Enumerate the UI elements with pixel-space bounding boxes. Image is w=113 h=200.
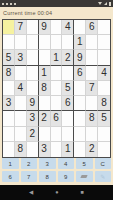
cell-r2c4[interactable] <box>39 35 51 50</box>
cell-r8c9[interactable] <box>98 127 110 142</box>
cell-r2c5[interactable] <box>51 35 63 50</box>
numpad-button-2[interactable]: 2 <box>21 158 38 169</box>
cell-r1c6[interactable]: 4 <box>62 20 74 35</box>
cell-r2c9[interactable] <box>98 35 110 50</box>
cell-r1c8[interactable]: 6 <box>86 20 98 35</box>
cell-r7c9[interactable]: 5 <box>98 111 110 126</box>
cell-r2c1[interactable] <box>3 35 15 50</box>
cell-r4c2[interactable] <box>15 66 27 81</box>
cell-r7c8[interactable]: 8 <box>86 111 98 126</box>
cell-r9c8[interactable]: 2 <box>86 142 98 157</box>
cell-r3c6[interactable]: 2 <box>62 50 74 65</box>
cell-r6c6[interactable]: 6 <box>62 96 74 111</box>
clear-button[interactable]: C <box>95 158 112 169</box>
back-button[interactable]: ◀ <box>29 190 33 196</box>
pencil-button[interactable]: ✎ <box>95 171 112 182</box>
cell-r3c2[interactable]: 3 <box>15 50 27 65</box>
cell-r6c9[interactable]: 8 <box>98 96 110 111</box>
cell-r6c3[interactable]: 9 <box>27 96 39 111</box>
game-header: Current time 00:04 <box>0 7 113 19</box>
cell-r4c6[interactable] <box>62 66 74 81</box>
home-button[interactable]: ● <box>55 190 58 196</box>
cell-r4c8[interactable] <box>86 66 98 81</box>
cell-r9c9[interactable] <box>98 142 110 157</box>
cell-r8c6[interactable] <box>62 127 74 142</box>
cell-r8c3[interactable]: 2 <box>27 127 39 142</box>
cell-r3c7[interactable]: 9 <box>74 50 86 65</box>
numpad-row-2: 6 7 8 9 ✎ <box>0 171 113 182</box>
cell-r5c3[interactable] <box>27 81 39 96</box>
cell-r2c6[interactable] <box>62 35 74 50</box>
cell-r7c3[interactable]: 3 <box>27 111 39 126</box>
numpad-row-1: 1 2 3 4 5 C <box>0 158 113 169</box>
cell-r1c1[interactable] <box>3 20 15 35</box>
sudoku-grid: 79461531298164485739683268528312 <box>2 19 111 158</box>
cell-r8c1[interactable] <box>3 127 15 142</box>
cell-r6c4[interactable] <box>39 96 51 111</box>
cell-r3c4[interactable] <box>39 50 51 65</box>
cell-r8c4[interactable] <box>39 127 51 142</box>
cell-r2c8[interactable] <box>86 35 98 50</box>
cell-r7c5[interactable]: 6 <box>51 111 63 126</box>
cell-r5c4[interactable]: 8 <box>39 81 51 96</box>
battery-icon <box>109 2 111 6</box>
numpad-button-9[interactable]: 9 <box>58 171 75 182</box>
cell-r1c4[interactable]: 9 <box>39 20 51 35</box>
network-icon <box>98 2 102 5</box>
cell-r4c1[interactable]: 8 <box>3 66 15 81</box>
cell-r4c4[interactable]: 1 <box>39 66 51 81</box>
cell-r7c2[interactable] <box>15 111 27 126</box>
cell-r9c5[interactable] <box>51 142 63 157</box>
status-bar-system-icons <box>98 2 111 6</box>
cell-r5c2[interactable]: 4 <box>15 81 27 96</box>
cell-r9c7[interactable] <box>74 142 86 157</box>
numpad-button-7[interactable]: 7 <box>21 171 38 182</box>
numpad-button-6[interactable]: 6 <box>2 171 19 182</box>
cell-r6c2[interactable] <box>15 96 27 111</box>
cell-r1c3[interactable] <box>27 20 39 35</box>
notification-icon <box>10 3 12 5</box>
cell-r5c8[interactable]: 7 <box>86 81 98 96</box>
cell-r9c2[interactable]: 8 <box>15 142 27 157</box>
timer-label: Current time 00:04 <box>3 10 52 16</box>
numpad-button-3[interactable]: 3 <box>39 158 56 169</box>
cell-r2c2[interactable] <box>15 35 27 50</box>
cell-r8c5[interactable] <box>51 127 63 142</box>
cell-r6c5[interactable] <box>51 96 63 111</box>
cell-r2c3[interactable] <box>27 35 39 50</box>
cell-r9c4[interactable]: 3 <box>39 142 51 157</box>
cell-r7c7[interactable] <box>74 111 86 126</box>
eraser-icon <box>81 175 88 178</box>
cell-r7c1[interactable] <box>3 111 15 126</box>
sudoku-app: Current time 00:04 794615312981644857396… <box>0 0 113 200</box>
cell-r3c3[interactable] <box>27 50 39 65</box>
cell-r5c6[interactable]: 5 <box>62 81 74 96</box>
numpad-button-5[interactable]: 5 <box>76 158 93 169</box>
status-bar <box>0 0 113 7</box>
cell-r4c9[interactable]: 4 <box>98 66 110 81</box>
cell-r5c1[interactable] <box>3 81 15 96</box>
android-navbar: ◀ ● ■ <box>0 185 113 200</box>
cell-r5c5[interactable] <box>51 81 63 96</box>
eraser-button[interactable] <box>76 171 93 182</box>
cell-r3c1[interactable]: 5 <box>3 50 15 65</box>
cell-r9c6[interactable]: 1 <box>62 142 74 157</box>
cell-r1c7[interactable] <box>74 20 86 35</box>
signal-icon <box>104 2 107 5</box>
cell-r1c2[interactable]: 7 <box>15 20 27 35</box>
cell-r3c8[interactable] <box>86 50 98 65</box>
recents-button[interactable]: ■ <box>81 190 84 196</box>
cell-r1c9[interactable] <box>98 20 110 35</box>
cell-r2c7[interactable]: 1 <box>74 35 86 50</box>
numpad-button-1[interactable]: 1 <box>2 158 19 169</box>
cell-r6c1[interactable]: 3 <box>3 96 15 111</box>
cell-r1c5[interactable] <box>51 20 63 35</box>
cell-r3c5[interactable]: 1 <box>51 50 63 65</box>
cell-r5c9[interactable] <box>98 81 110 96</box>
numpad-button-8[interactable]: 8 <box>39 171 56 182</box>
notification-icon <box>14 3 16 5</box>
cell-r4c5[interactable] <box>51 66 63 81</box>
cell-r6c8[interactable] <box>86 96 98 111</box>
cell-r4c3[interactable] <box>27 66 39 81</box>
numpad-button-4[interactable]: 4 <box>58 158 75 169</box>
cell-r5c7[interactable] <box>74 81 86 96</box>
cell-r7c4[interactable]: 2 <box>39 111 51 126</box>
cell-r4c7[interactable]: 6 <box>74 66 86 81</box>
cell-r7c6[interactable] <box>62 111 74 126</box>
notification-icon <box>2 3 4 5</box>
notification-icon <box>6 3 8 5</box>
cell-r3c9[interactable] <box>98 50 110 65</box>
cell-r8c7[interactable] <box>74 127 86 142</box>
cell-r8c2[interactable] <box>15 127 27 142</box>
cell-r9c1[interactable] <box>3 142 15 157</box>
cell-r9c3[interactable] <box>27 142 39 157</box>
cell-r8c8[interactable] <box>86 127 98 142</box>
status-bar-notifications <box>2 3 16 5</box>
cell-r6c7[interactable] <box>74 96 86 111</box>
pencil-icon: ✎ <box>100 173 105 180</box>
